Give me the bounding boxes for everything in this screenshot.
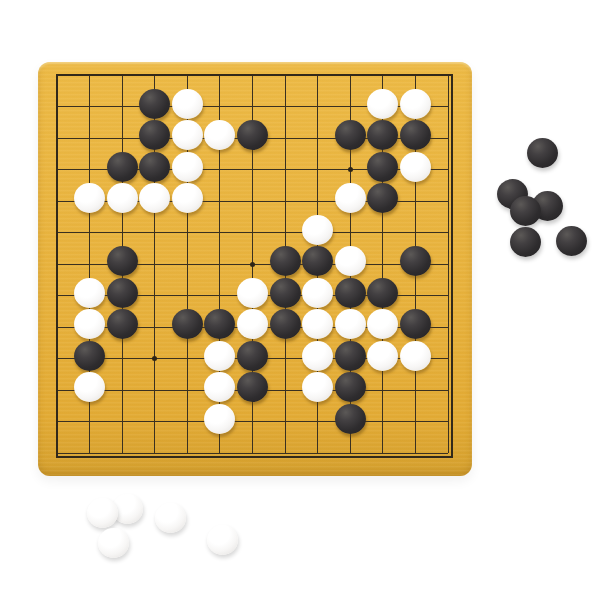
- intersection-D11[interactable]: [138, 122, 171, 154]
- intersection-B5[interactable]: [73, 311, 106, 343]
- intersection-F1[interactable]: [204, 437, 237, 469]
- intersection-H6[interactable]: [269, 280, 302, 312]
- intersection-K8[interactable]: [334, 217, 367, 249]
- white-stone[interactable]: [204, 341, 235, 371]
- intersection-J6[interactable]: [301, 280, 334, 312]
- intersection-C5[interactable]: [106, 311, 139, 343]
- intersection-B10[interactable]: [73, 154, 106, 186]
- intersection-M1[interactable]: [399, 437, 432, 469]
- white-stone[interactable]: [400, 341, 431, 371]
- intersection-G10[interactable]: [236, 154, 269, 186]
- intersection-A5[interactable]: [41, 311, 74, 343]
- intersection-N8[interactable]: [432, 217, 465, 249]
- intersection-J9[interactable]: [301, 185, 334, 217]
- black-stone[interactable]: [302, 246, 333, 276]
- intersection-M8[interactable]: [399, 217, 432, 249]
- intersection-C6[interactable]: [106, 280, 139, 312]
- intersection-K10[interactable]: [334, 154, 367, 186]
- intersection-B12[interactable]: [73, 91, 106, 123]
- intersection-C13[interactable]: [106, 59, 139, 91]
- intersection-G11[interactable]: [236, 122, 269, 154]
- black-stone[interactable]: [204, 309, 235, 339]
- loose-white-stone[interactable]: [207, 525, 238, 555]
- intersection-E11[interactable]: [171, 122, 204, 154]
- intersection-L7[interactable]: [367, 248, 400, 280]
- loose-black-stone[interactable]: [510, 227, 541, 257]
- go-board: [38, 62, 472, 476]
- intersection-B9[interactable]: [73, 185, 106, 217]
- black-stone[interactable]: [335, 404, 366, 434]
- black-stone[interactable]: [367, 183, 398, 213]
- black-stone[interactable]: [367, 120, 398, 150]
- intersection-K6[interactable]: [334, 280, 367, 312]
- white-stone[interactable]: [172, 89, 203, 119]
- intersection-J4[interactable]: [301, 343, 334, 375]
- intersection-E7[interactable]: [171, 248, 204, 280]
- intersection-N4[interactable]: [432, 343, 465, 375]
- black-stone[interactable]: [335, 120, 366, 150]
- loose-black-stone[interactable]: [510, 196, 541, 226]
- intersection-M10[interactable]: [399, 154, 432, 186]
- white-stone[interactable]: [74, 278, 105, 308]
- loose-white-stone[interactable]: [87, 498, 118, 528]
- intersection-C7[interactable]: [106, 248, 139, 280]
- intersection-K13[interactable]: [334, 59, 367, 91]
- intersection-J10[interactable]: [301, 154, 334, 186]
- intersection-M13[interactable]: [399, 59, 432, 91]
- white-stone[interactable]: [237, 309, 268, 339]
- intersection-F6[interactable]: [204, 280, 237, 312]
- intersection-K12[interactable]: [334, 91, 367, 123]
- black-stone[interactable]: [270, 278, 301, 308]
- intersection-C12[interactable]: [106, 91, 139, 123]
- intersection-A7[interactable]: [41, 248, 74, 280]
- intersection-K5[interactable]: [334, 311, 367, 343]
- intersection-D8[interactable]: [138, 217, 171, 249]
- white-stone[interactable]: [74, 183, 105, 213]
- black-stone[interactable]: [107, 278, 138, 308]
- intersection-M6[interactable]: [399, 280, 432, 312]
- intersection-F12[interactable]: [204, 91, 237, 123]
- intersection-G1[interactable]: [236, 437, 269, 469]
- intersection-F9[interactable]: [204, 185, 237, 217]
- intersection-J2[interactable]: [301, 406, 334, 438]
- white-stone[interactable]: [172, 152, 203, 182]
- intersection-D3[interactable]: [138, 374, 171, 406]
- intersection-M5[interactable]: [399, 311, 432, 343]
- intersection-E3[interactable]: [171, 374, 204, 406]
- white-stone[interactable]: [302, 372, 333, 402]
- intersection-H1[interactable]: [269, 437, 302, 469]
- intersection-L8[interactable]: [367, 217, 400, 249]
- intersection-H9[interactable]: [269, 185, 302, 217]
- white-stone[interactable]: [172, 120, 203, 150]
- intersection-G2[interactable]: [236, 406, 269, 438]
- white-stone[interactable]: [302, 341, 333, 371]
- intersection-C2[interactable]: [106, 406, 139, 438]
- intersection-D9[interactable]: [138, 185, 171, 217]
- white-stone[interactable]: [335, 183, 366, 213]
- intersection-D6[interactable]: [138, 280, 171, 312]
- black-stone[interactable]: [270, 309, 301, 339]
- intersection-G9[interactable]: [236, 185, 269, 217]
- white-stone[interactable]: [204, 372, 235, 402]
- intersection-D4[interactable]: [138, 343, 171, 375]
- white-stone[interactable]: [237, 278, 268, 308]
- loose-white-stone[interactable]: [155, 503, 186, 533]
- white-stone[interactable]: [302, 215, 333, 245]
- intersection-F11[interactable]: [204, 122, 237, 154]
- intersection-N5[interactable]: [432, 311, 465, 343]
- intersection-F13[interactable]: [204, 59, 237, 91]
- intersection-H13[interactable]: [269, 59, 302, 91]
- intersection-B11[interactable]: [73, 122, 106, 154]
- intersection-L13[interactable]: [367, 59, 400, 91]
- intersection-H2[interactable]: [269, 406, 302, 438]
- intersection-B7[interactable]: [73, 248, 106, 280]
- intersection-E2[interactable]: [171, 406, 204, 438]
- black-stone[interactable]: [237, 341, 268, 371]
- intersection-A4[interactable]: [41, 343, 74, 375]
- intersection-N9[interactable]: [432, 185, 465, 217]
- intersection-L1[interactable]: [367, 437, 400, 469]
- intersection-E5[interactable]: [171, 311, 204, 343]
- scene: [0, 0, 600, 600]
- intersection-H5[interactable]: [269, 311, 302, 343]
- intersection-E10[interactable]: [171, 154, 204, 186]
- intersection-L4[interactable]: [367, 343, 400, 375]
- intersection-C9[interactable]: [106, 185, 139, 217]
- go-grid: [41, 59, 465, 469]
- intersection-C3[interactable]: [106, 374, 139, 406]
- intersection-A11[interactable]: [41, 122, 74, 154]
- intersection-B3[interactable]: [73, 374, 106, 406]
- intersection-L9[interactable]: [367, 185, 400, 217]
- intersection-M4[interactable]: [399, 343, 432, 375]
- intersection-B1[interactable]: [73, 437, 106, 469]
- intersection-J8[interactable]: [301, 217, 334, 249]
- white-stone[interactable]: [335, 309, 366, 339]
- intersection-A12[interactable]: [41, 91, 74, 123]
- go-grid-area: [41, 59, 465, 469]
- intersection-M2[interactable]: [399, 406, 432, 438]
- intersection-C1[interactable]: [106, 437, 139, 469]
- intersection-E9[interactable]: [171, 185, 204, 217]
- intersection-K9[interactable]: [334, 185, 367, 217]
- intersection-F10[interactable]: [204, 154, 237, 186]
- black-stone[interactable]: [400, 246, 431, 276]
- intersection-A6[interactable]: [41, 280, 74, 312]
- intersection-D10[interactable]: [138, 154, 171, 186]
- intersection-L3[interactable]: [367, 374, 400, 406]
- intersection-K2[interactable]: [334, 406, 367, 438]
- black-stone[interactable]: [367, 278, 398, 308]
- intersection-A13[interactable]: [41, 59, 74, 91]
- black-stone[interactable]: [139, 120, 170, 150]
- black-stone[interactable]: [367, 152, 398, 182]
- intersection-E13[interactable]: [171, 59, 204, 91]
- intersection-A8[interactable]: [41, 217, 74, 249]
- intersection-F3[interactable]: [204, 374, 237, 406]
- intersection-N12[interactable]: [432, 91, 465, 123]
- white-stone[interactable]: [367, 341, 398, 371]
- intersection-M7[interactable]: [399, 248, 432, 280]
- intersection-J5[interactable]: [301, 311, 334, 343]
- intersection-F4[interactable]: [204, 343, 237, 375]
- intersection-K11[interactable]: [334, 122, 367, 154]
- intersection-B8[interactable]: [73, 217, 106, 249]
- intersection-H11[interactable]: [269, 122, 302, 154]
- intersection-K7[interactable]: [334, 248, 367, 280]
- intersection-N3[interactable]: [432, 374, 465, 406]
- black-stone[interactable]: [237, 372, 268, 402]
- intersection-K1[interactable]: [334, 437, 367, 469]
- white-stone[interactable]: [367, 309, 398, 339]
- intersection-N10[interactable]: [432, 154, 465, 186]
- white-stone[interactable]: [335, 246, 366, 276]
- black-stone[interactable]: [107, 152, 138, 182]
- black-stone[interactable]: [400, 120, 431, 150]
- intersection-M9[interactable]: [399, 185, 432, 217]
- intersection-J3[interactable]: [301, 374, 334, 406]
- intersection-F5[interactable]: [204, 311, 237, 343]
- intersection-N11[interactable]: [432, 122, 465, 154]
- intersection-L5[interactable]: [367, 311, 400, 343]
- intersection-F2[interactable]: [204, 406, 237, 438]
- intersection-F8[interactable]: [204, 217, 237, 249]
- intersection-D12[interactable]: [138, 91, 171, 123]
- intersection-E8[interactable]: [171, 217, 204, 249]
- intersection-L2[interactable]: [367, 406, 400, 438]
- intersection-L10[interactable]: [367, 154, 400, 186]
- intersection-L11[interactable]: [367, 122, 400, 154]
- intersection-A10[interactable]: [41, 154, 74, 186]
- white-stone[interactable]: [367, 89, 398, 119]
- intersection-L6[interactable]: [367, 280, 400, 312]
- intersection-E1[interactable]: [171, 437, 204, 469]
- intersection-G13[interactable]: [236, 59, 269, 91]
- black-stone[interactable]: [139, 152, 170, 182]
- black-stone[interactable]: [335, 278, 366, 308]
- intersection-N7[interactable]: [432, 248, 465, 280]
- white-stone[interactable]: [107, 183, 138, 213]
- intersection-J13[interactable]: [301, 59, 334, 91]
- white-stone[interactable]: [400, 152, 431, 182]
- intersection-L12[interactable]: [367, 91, 400, 123]
- intersection-C10[interactable]: [106, 154, 139, 186]
- intersection-B6[interactable]: [73, 280, 106, 312]
- intersection-C4[interactable]: [106, 343, 139, 375]
- intersection-G8[interactable]: [236, 217, 269, 249]
- intersection-M12[interactable]: [399, 91, 432, 123]
- black-stone[interactable]: [74, 341, 105, 371]
- black-stone[interactable]: [107, 246, 138, 276]
- white-stone[interactable]: [302, 278, 333, 308]
- intersection-F7[interactable]: [204, 248, 237, 280]
- intersection-J11[interactable]: [301, 122, 334, 154]
- intersection-J1[interactable]: [301, 437, 334, 469]
- intersection-C11[interactable]: [106, 122, 139, 154]
- intersection-H12[interactable]: [269, 91, 302, 123]
- intersection-B13[interactable]: [73, 59, 106, 91]
- intersection-G6[interactable]: [236, 280, 269, 312]
- intersection-G3[interactable]: [236, 374, 269, 406]
- intersection-G4[interactable]: [236, 343, 269, 375]
- black-stone[interactable]: [172, 309, 203, 339]
- intersection-H8[interactable]: [269, 217, 302, 249]
- intersection-G12[interactable]: [236, 91, 269, 123]
- white-stone[interactable]: [204, 404, 235, 434]
- intersection-H7[interactable]: [269, 248, 302, 280]
- intersection-M11[interactable]: [399, 122, 432, 154]
- intersection-D7[interactable]: [138, 248, 171, 280]
- intersection-A2[interactable]: [41, 406, 74, 438]
- intersection-J12[interactable]: [301, 91, 334, 123]
- intersection-G5[interactable]: [236, 311, 269, 343]
- black-stone[interactable]: [400, 309, 431, 339]
- white-stone[interactable]: [204, 120, 235, 150]
- intersection-N2[interactable]: [432, 406, 465, 438]
- black-stone[interactable]: [139, 89, 170, 119]
- intersection-D1[interactable]: [138, 437, 171, 469]
- white-stone[interactable]: [172, 183, 203, 213]
- loose-white-stone[interactable]: [98, 528, 129, 558]
- black-stone[interactable]: [107, 309, 138, 339]
- intersection-D2[interactable]: [138, 406, 171, 438]
- intersection-A3[interactable]: [41, 374, 74, 406]
- black-stone[interactable]: [237, 120, 268, 150]
- intersection-K4[interactable]: [334, 343, 367, 375]
- black-stone[interactable]: [335, 372, 366, 402]
- intersection-A1[interactable]: [41, 437, 74, 469]
- black-stone[interactable]: [335, 341, 366, 371]
- intersection-E4[interactable]: [171, 343, 204, 375]
- intersection-E6[interactable]: [171, 280, 204, 312]
- intersection-G7[interactable]: [236, 248, 269, 280]
- intersection-H10[interactable]: [269, 154, 302, 186]
- loose-black-stone[interactable]: [527, 138, 558, 168]
- white-stone[interactable]: [302, 309, 333, 339]
- intersection-M3[interactable]: [399, 374, 432, 406]
- white-stone[interactable]: [74, 372, 105, 402]
- intersection-B4[interactable]: [73, 343, 106, 375]
- intersection-N13[interactable]: [432, 59, 465, 91]
- intersection-B2[interactable]: [73, 406, 106, 438]
- intersection-H3[interactable]: [269, 374, 302, 406]
- white-stone[interactable]: [400, 89, 431, 119]
- intersection-N6[interactable]: [432, 280, 465, 312]
- loose-black-stone[interactable]: [556, 226, 587, 256]
- white-stone[interactable]: [74, 309, 105, 339]
- intersection-D13[interactable]: [138, 59, 171, 91]
- intersection-K3[interactable]: [334, 374, 367, 406]
- intersection-D5[interactable]: [138, 311, 171, 343]
- intersection-A9[interactable]: [41, 185, 74, 217]
- intersection-N1[interactable]: [432, 437, 465, 469]
- intersection-E12[interactable]: [171, 91, 204, 123]
- intersection-H4[interactable]: [269, 343, 302, 375]
- white-stone[interactable]: [139, 183, 170, 213]
- intersection-C8[interactable]: [106, 217, 139, 249]
- intersection-J7[interactable]: [301, 248, 334, 280]
- black-stone[interactable]: [270, 246, 301, 276]
